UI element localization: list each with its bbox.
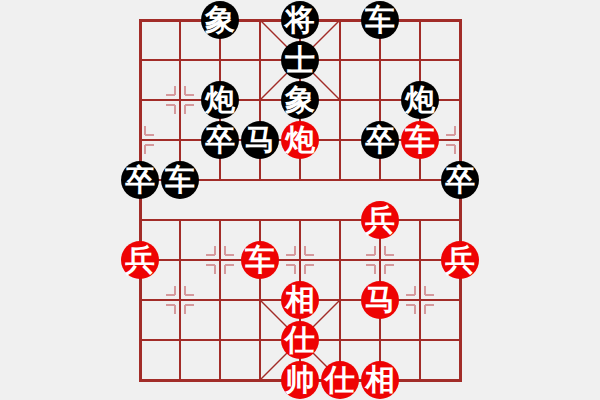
piece-black-pawn-3[interactable]: 卒 bbox=[121, 161, 159, 199]
piece-black-pawn-4[interactable]: 卒 bbox=[441, 161, 479, 199]
piece-red-horse-1[interactable]: 马 bbox=[361, 281, 399, 319]
piece-red-chariot-2[interactable]: 车 bbox=[241, 241, 279, 279]
piece-red-pawn-1[interactable]: 兵 bbox=[361, 201, 399, 239]
piece-red-elephant-2[interactable]: 相 bbox=[361, 361, 399, 399]
piece-red-advisor-1[interactable]: 仕 bbox=[281, 321, 319, 359]
piece-black-elephant-1[interactable]: 象 bbox=[201, 1, 239, 39]
piece-black-king[interactable]: 将 bbox=[281, 1, 319, 39]
piece-black-cannon-1[interactable]: 炮 bbox=[201, 81, 239, 119]
piece-black-cannon-2[interactable]: 炮 bbox=[401, 81, 439, 119]
piece-black-pawn-1[interactable]: 卒 bbox=[201, 121, 239, 159]
piece-black-elephant-2[interactable]: 象 bbox=[281, 81, 319, 119]
piece-red-elephant-1[interactable]: 相 bbox=[281, 281, 319, 319]
piece-black-chariot-2[interactable]: 车 bbox=[161, 161, 199, 199]
piece-black-horse-1[interactable]: 马 bbox=[241, 121, 279, 159]
piece-black-chariot-1[interactable]: 车 bbox=[361, 1, 399, 39]
piece-black-advisor-1[interactable]: 士 bbox=[281, 41, 319, 79]
piece-red-pawn-2[interactable]: 兵 bbox=[121, 241, 159, 279]
piece-red-king[interactable]: 帅 bbox=[281, 361, 319, 399]
piece-red-cannon-1[interactable]: 炮 bbox=[281, 121, 319, 159]
xiangqi-board[interactable]: 象将车士炮象炮卒马炮卒车卒车卒兵兵车兵相马仕帅仕相 bbox=[0, 0, 600, 400]
piece-red-pawn-3[interactable]: 兵 bbox=[441, 241, 479, 279]
piece-red-chariot-1[interactable]: 车 bbox=[401, 121, 439, 159]
piece-black-pawn-2[interactable]: 卒 bbox=[361, 121, 399, 159]
piece-red-advisor-2[interactable]: 仕 bbox=[321, 361, 359, 399]
